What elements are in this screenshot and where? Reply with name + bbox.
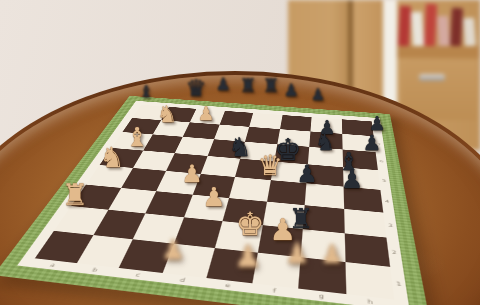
piece-w-rook-a3[interactable]: ♜ xyxy=(62,180,89,210)
piece-b-pawn-captured-1[interactable]: ♟ xyxy=(215,76,230,93)
piece-w-king-e1[interactable]: ♚ xyxy=(236,208,265,240)
piece-w-knight-b4[interactable]: ♞ xyxy=(99,144,124,172)
shelf-edge xyxy=(397,46,480,58)
piece-b-pawn-captured-3[interactable]: ♟ xyxy=(311,87,325,103)
piece-b-queen-captured[interactable]: ♛ xyxy=(186,77,207,100)
piece-w-pawn-c3[interactable]: ♟ xyxy=(181,162,203,186)
piece-b-pawn-captured-2[interactable]: ♟ xyxy=(283,82,298,99)
piece-w-pawn-d2[interactable]: ♟ xyxy=(202,184,225,210)
piece-b-knight-g5[interactable]: ♞ xyxy=(315,131,336,154)
book-spine xyxy=(411,12,424,47)
drawer-handle-icon xyxy=(419,74,445,81)
book-spine xyxy=(437,16,450,47)
piece-w-queen-e4[interactable]: ♛ xyxy=(257,152,282,180)
piece-b-knight-d5[interactable]: ♞ xyxy=(228,134,251,160)
piece-b-pawn-g3[interactable]: ♟ xyxy=(341,167,363,192)
book-spine xyxy=(463,18,476,47)
piece-b-rook-captured-2[interactable]: ♜ xyxy=(262,76,279,95)
book-spine xyxy=(398,6,411,47)
books-row xyxy=(399,0,479,46)
piece-w-pawn-captured-3[interactable]: ♟ xyxy=(284,240,309,268)
book-spine xyxy=(424,4,437,47)
piece-b-rook-captured-1[interactable]: ♜ xyxy=(239,76,256,95)
book-spine xyxy=(450,8,463,47)
piece-w-pawn-c7[interactable]: ♟ xyxy=(197,104,214,123)
photo-scene: abcdefgh 12345678 ♜♞♝♞♟♟♟♟♚♛♞♚♞♝♜♟♟♟♟♟♝♛… xyxy=(0,0,480,305)
piece-w-pawn-captured-1[interactable]: ♟ xyxy=(161,236,185,263)
piece-w-knight-c6[interactable]: ♞ xyxy=(157,103,178,126)
piece-b-bishop-captured[interactable]: ♝ xyxy=(139,84,153,100)
piece-b-pawn-f4[interactable]: ♟ xyxy=(296,162,318,186)
piece-w-bishop-b5[interactable]: ♝ xyxy=(125,124,148,150)
piece-b-pawn-h5[interactable]: ♟ xyxy=(363,133,382,154)
piece-w-pawn-captured-4[interactable]: ♟ xyxy=(320,241,343,267)
piece-w-pawn-captured-2[interactable]: ♟ xyxy=(234,241,262,272)
